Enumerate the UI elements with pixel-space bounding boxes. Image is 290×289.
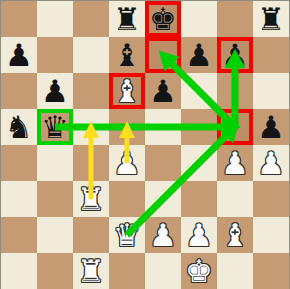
square-h8[interactable]: ♜ <box>253 1 289 37</box>
square-g7[interactable]: ♟ <box>217 37 253 73</box>
square-e4[interactable] <box>145 145 181 181</box>
piece-white-rook: ♜ <box>73 253 109 289</box>
square-g3[interactable] <box>217 181 253 217</box>
square-f4[interactable] <box>181 145 217 181</box>
piece-black-pawn: ♟ <box>253 109 289 145</box>
square-e3[interactable] <box>145 181 181 217</box>
square-b8[interactable] <box>37 1 73 37</box>
square-b1[interactable] <box>37 253 73 289</box>
square-f6[interactable] <box>181 73 217 109</box>
square-h6[interactable] <box>253 73 289 109</box>
square-c4[interactable] <box>73 145 109 181</box>
piece-black-rook: ♜ <box>253 1 289 37</box>
chess-board: ♜♚♜♟♝♟♟♟♝♟♞♛♟♟♟♟♜♛♟♟♝♜♚ <box>0 0 290 289</box>
square-d7[interactable]: ♝ <box>109 37 145 73</box>
square-g1[interactable] <box>217 253 253 289</box>
square-f5[interactable] <box>181 109 217 145</box>
piece-black-king: ♚ <box>145 1 181 37</box>
square-h3[interactable] <box>253 181 289 217</box>
square-g8[interactable] <box>217 1 253 37</box>
piece-white-bishop: ♝ <box>109 73 145 109</box>
square-e1[interactable] <box>145 253 181 289</box>
square-a2[interactable] <box>1 217 37 253</box>
square-h7[interactable] <box>253 37 289 73</box>
piece-black-pawn: ♟ <box>145 73 181 109</box>
square-a3[interactable] <box>1 181 37 217</box>
square-d3[interactable] <box>109 181 145 217</box>
piece-black-pawn: ♟ <box>1 37 37 73</box>
piece-black-queen: ♛ <box>37 109 73 145</box>
square-h4[interactable]: ♟ <box>253 145 289 181</box>
square-b2[interactable] <box>37 217 73 253</box>
square-g4[interactable]: ♟ <box>217 145 253 181</box>
piece-black-bishop: ♝ <box>109 37 145 73</box>
square-f8[interactable] <box>181 1 217 37</box>
square-c7[interactable] <box>73 37 109 73</box>
square-c5[interactable] <box>73 109 109 145</box>
square-c3[interactable]: ♜ <box>73 181 109 217</box>
square-e5[interactable] <box>145 109 181 145</box>
square-c2[interactable] <box>73 217 109 253</box>
piece-white-pawn: ♟ <box>181 217 217 253</box>
square-f7[interactable]: ♟ <box>181 37 217 73</box>
piece-white-rook: ♜ <box>73 181 109 217</box>
square-a7[interactable]: ♟ <box>1 37 37 73</box>
piece-black-rook: ♜ <box>109 1 145 37</box>
piece-white-king: ♚ <box>181 253 217 289</box>
square-b5[interactable]: ♛ <box>37 109 73 145</box>
piece-white-pawn: ♟ <box>109 145 145 181</box>
square-f3[interactable] <box>181 181 217 217</box>
piece-white-bishop: ♝ <box>217 217 253 253</box>
square-d8[interactable]: ♜ <box>109 1 145 37</box>
piece-black-pawn: ♟ <box>37 73 73 109</box>
square-e6[interactable]: ♟ <box>145 73 181 109</box>
piece-white-queen: ♛ <box>109 217 145 253</box>
square-a1[interactable] <box>1 253 37 289</box>
square-c1[interactable]: ♜ <box>73 253 109 289</box>
square-d2[interactable]: ♛ <box>109 217 145 253</box>
square-b6[interactable]: ♟ <box>37 73 73 109</box>
square-c6[interactable] <box>73 73 109 109</box>
square-e8[interactable]: ♚ <box>145 1 181 37</box>
square-a5[interactable]: ♞ <box>1 109 37 145</box>
square-d4[interactable]: ♟ <box>109 145 145 181</box>
square-a6[interactable] <box>1 73 37 109</box>
square-h5[interactable]: ♟ <box>253 109 289 145</box>
piece-black-pawn: ♟ <box>181 37 217 73</box>
board-squares: ♜♚♜♟♝♟♟♟♝♟♞♛♟♟♟♟♜♛♟♟♝♜♚ <box>1 1 289 289</box>
square-a8[interactable] <box>1 1 37 37</box>
square-e7[interactable] <box>145 37 181 73</box>
square-d5[interactable] <box>109 109 145 145</box>
square-b4[interactable] <box>37 145 73 181</box>
square-h2[interactable] <box>253 217 289 253</box>
piece-white-pawn: ♟ <box>217 145 253 181</box>
square-f1[interactable]: ♚ <box>181 253 217 289</box>
piece-black-pawn: ♟ <box>217 37 253 73</box>
square-h1[interactable] <box>253 253 289 289</box>
square-g2[interactable]: ♝ <box>217 217 253 253</box>
square-g6[interactable] <box>217 73 253 109</box>
square-c8[interactable] <box>73 1 109 37</box>
piece-white-pawn: ♟ <box>253 145 289 181</box>
square-g5[interactable] <box>217 109 253 145</box>
square-b7[interactable] <box>37 37 73 73</box>
square-b3[interactable] <box>37 181 73 217</box>
square-d6[interactable]: ♝ <box>109 73 145 109</box>
square-e2[interactable]: ♟ <box>145 217 181 253</box>
piece-white-pawn: ♟ <box>145 217 181 253</box>
square-f2[interactable]: ♟ <box>181 217 217 253</box>
square-d1[interactable] <box>109 253 145 289</box>
piece-black-knight: ♞ <box>1 109 37 145</box>
square-a4[interactable] <box>1 145 37 181</box>
